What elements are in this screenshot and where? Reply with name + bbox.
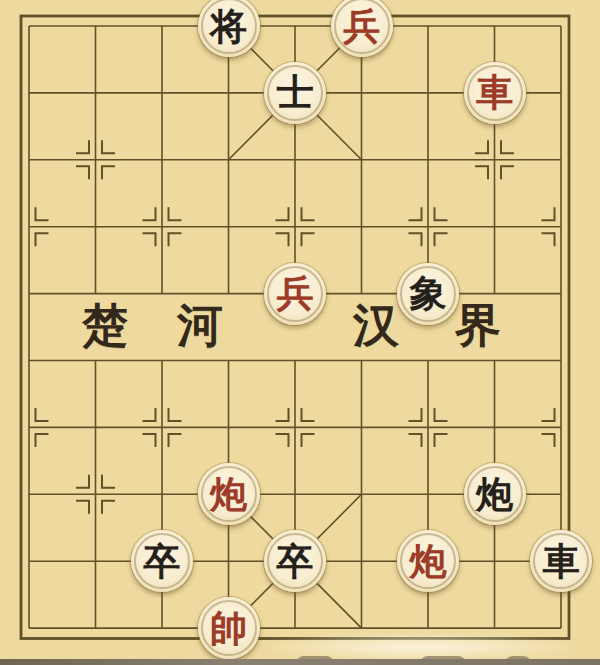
piece-glyph: 炮 [210, 476, 247, 513]
piece-red-general[interactable]: 帥 [198, 597, 260, 659]
piece-black-advisor[interactable]: 士 [264, 62, 326, 124]
cropped-bottom-ui-strip [0, 659, 600, 665]
piece-glyph: 士 [277, 74, 314, 111]
piece-red-soldier-a[interactable]: 兵 [331, 0, 393, 57]
xiangqi-app-screen: 楚河汉界 将兵士車兵象炮炮卒卒炮車帥 [0, 0, 600, 665]
piece-glyph: 帥 [210, 610, 247, 647]
piece-glyph: 兵 [343, 8, 380, 45]
piece-glyph: 車 [476, 74, 513, 111]
piece-glyph: 卒 [144, 543, 181, 580]
piece-glyph: 将 [210, 8, 247, 45]
piece-glyph: 卒 [277, 543, 314, 580]
piece-glyph: 象 [410, 275, 447, 312]
piece-red-chariot[interactable]: 車 [464, 62, 526, 124]
piece-glyph: 炮 [410, 543, 447, 580]
piece-glyph: 炮 [476, 476, 513, 513]
piece-glyph: 兵 [277, 275, 314, 312]
piece-red-cannon-b[interactable]: 炮 [397, 530, 459, 592]
xiangqi-board: 将兵士車兵象炮炮卒卒炮車帥 [0, 0, 594, 661]
piece-glyph: 車 [543, 543, 580, 580]
piece-red-cannon-a[interactable]: 炮 [198, 463, 260, 525]
piece-black-chariot[interactable]: 車 [530, 530, 592, 592]
piece-black-elephant[interactable]: 象 [397, 263, 459, 325]
piece-black-cannon[interactable]: 炮 [464, 463, 526, 525]
piece-black-soldier-a[interactable]: 卒 [131, 530, 193, 592]
piece-red-soldier-b[interactable]: 兵 [264, 263, 326, 325]
piece-black-soldier-b[interactable]: 卒 [264, 530, 326, 592]
piece-black-general[interactable]: 将 [198, 0, 260, 57]
